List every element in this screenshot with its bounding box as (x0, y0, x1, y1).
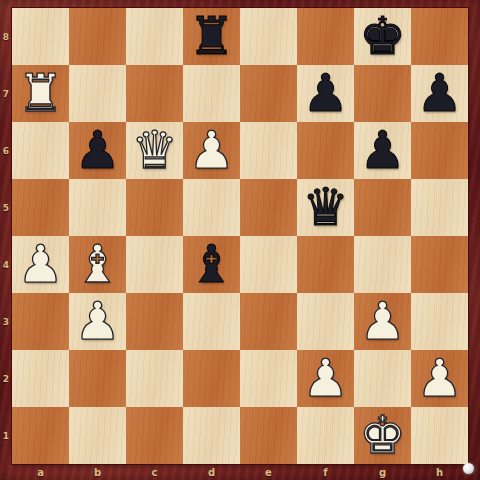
square-d5[interactable] (183, 179, 240, 236)
square-h1[interactable] (411, 407, 468, 464)
rank-label-6: 6 (0, 122, 12, 179)
square-a6[interactable] (12, 122, 69, 179)
square-f7[interactable]: ♟ (297, 65, 354, 122)
square-h7[interactable]: ♟ (411, 65, 468, 122)
square-a3[interactable] (12, 293, 69, 350)
piece-black-pawn[interactable]: ♟ (416, 65, 463, 122)
file-label-f: f (297, 464, 354, 480)
square-f6[interactable] (297, 122, 354, 179)
square-c5[interactable] (126, 179, 183, 236)
piece-white-pawn[interactable]: ♟ (74, 293, 121, 350)
square-c3[interactable] (126, 293, 183, 350)
square-d2[interactable] (183, 350, 240, 407)
square-c1[interactable] (126, 407, 183, 464)
square-g8[interactable]: ♚ (354, 8, 411, 65)
square-e5[interactable] (240, 179, 297, 236)
file-label-e: e (240, 464, 297, 480)
piece-white-pawn[interactable]: ♟ (416, 350, 463, 407)
square-a8[interactable] (12, 8, 69, 65)
chess-board-frame: ♜♚♜♟♟♟♛♟♟♛♟♝♝♟♟♟♟♚ 87654321abcdefgh (0, 0, 480, 480)
square-e3[interactable] (240, 293, 297, 350)
square-h5[interactable] (411, 179, 468, 236)
square-a7[interactable]: ♜ (12, 65, 69, 122)
square-e2[interactable] (240, 350, 297, 407)
square-f1[interactable] (297, 407, 354, 464)
piece-black-pawn[interactable]: ♟ (302, 65, 349, 122)
piece-white-pawn[interactable]: ♟ (17, 236, 64, 293)
square-g4[interactable] (354, 236, 411, 293)
square-c6[interactable]: ♛ (126, 122, 183, 179)
square-f8[interactable] (297, 8, 354, 65)
chess-board: ♜♚♜♟♟♟♛♟♟♛♟♝♝♟♟♟♟♚ (12, 8, 468, 464)
piece-white-rook[interactable]: ♜ (17, 65, 64, 122)
square-e7[interactable] (240, 65, 297, 122)
square-b5[interactable] (69, 179, 126, 236)
square-h3[interactable] (411, 293, 468, 350)
piece-white-bishop[interactable]: ♝ (74, 236, 121, 293)
square-a5[interactable] (12, 179, 69, 236)
file-label-b: b (69, 464, 126, 480)
square-c4[interactable] (126, 236, 183, 293)
piece-black-rook[interactable]: ♜ (188, 8, 235, 65)
rank-label-1: 1 (0, 407, 12, 464)
square-d6[interactable]: ♟ (183, 122, 240, 179)
piece-white-pawn[interactable]: ♟ (359, 293, 406, 350)
rank-label-2: 2 (0, 350, 12, 407)
square-f3[interactable] (297, 293, 354, 350)
piece-black-bishop[interactable]: ♝ (188, 236, 235, 293)
file-label-d: d (183, 464, 240, 480)
file-label-g: g (354, 464, 411, 480)
square-f5[interactable]: ♛ (297, 179, 354, 236)
square-f4[interactable] (297, 236, 354, 293)
white-to-move-indicator (463, 463, 474, 474)
square-g6[interactable]: ♟ (354, 122, 411, 179)
square-c8[interactable] (126, 8, 183, 65)
square-g3[interactable]: ♟ (354, 293, 411, 350)
square-b3[interactable]: ♟ (69, 293, 126, 350)
rank-label-7: 7 (0, 65, 12, 122)
square-e6[interactable] (240, 122, 297, 179)
piece-black-pawn[interactable]: ♟ (74, 122, 121, 179)
file-label-c: c (126, 464, 183, 480)
square-f2[interactable]: ♟ (297, 350, 354, 407)
rank-label-4: 4 (0, 236, 12, 293)
square-g1[interactable]: ♚ (354, 407, 411, 464)
square-d1[interactable] (183, 407, 240, 464)
piece-black-queen[interactable]: ♛ (302, 179, 349, 236)
square-a2[interactable] (12, 350, 69, 407)
square-b7[interactable] (69, 65, 126, 122)
square-d7[interactable] (183, 65, 240, 122)
square-e8[interactable] (240, 8, 297, 65)
square-a1[interactable] (12, 407, 69, 464)
piece-white-pawn[interactable]: ♟ (188, 122, 235, 179)
square-e4[interactable] (240, 236, 297, 293)
square-h8[interactable] (411, 8, 468, 65)
piece-black-king[interactable]: ♚ (359, 8, 406, 65)
piece-white-king[interactable]: ♚ (359, 407, 406, 464)
square-b6[interactable]: ♟ (69, 122, 126, 179)
square-g7[interactable] (354, 65, 411, 122)
piece-black-pawn[interactable]: ♟ (359, 122, 406, 179)
square-h2[interactable]: ♟ (411, 350, 468, 407)
square-e1[interactable] (240, 407, 297, 464)
square-b4[interactable]: ♝ (69, 236, 126, 293)
square-g5[interactable] (354, 179, 411, 236)
square-g2[interactable] (354, 350, 411, 407)
rank-label-8: 8 (0, 8, 12, 65)
square-c7[interactable] (126, 65, 183, 122)
square-d3[interactable] (183, 293, 240, 350)
file-label-h: h (411, 464, 468, 480)
square-a4[interactable]: ♟ (12, 236, 69, 293)
square-b2[interactable] (69, 350, 126, 407)
square-b1[interactable] (69, 407, 126, 464)
square-d8[interactable]: ♜ (183, 8, 240, 65)
square-d4[interactable]: ♝ (183, 236, 240, 293)
square-h6[interactable] (411, 122, 468, 179)
square-b8[interactable] (69, 8, 126, 65)
square-c2[interactable] (126, 350, 183, 407)
piece-white-queen[interactable]: ♛ (131, 122, 178, 179)
rank-label-3: 3 (0, 293, 12, 350)
rank-label-5: 5 (0, 179, 12, 236)
piece-white-pawn[interactable]: ♟ (302, 350, 349, 407)
square-h4[interactable] (411, 236, 468, 293)
file-label-a: a (12, 464, 69, 480)
